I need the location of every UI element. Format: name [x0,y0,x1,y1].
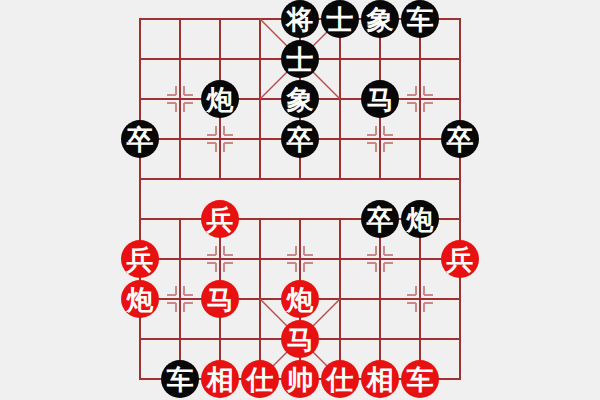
xiangqi-board-screenshot: 将士象车士炮象马卒卒卒兵卒炮兵兵炮马炮马车相仕帅仕相车 [0,0,600,400]
piece-black-general[interactable]: 将 [281,0,319,38]
piece-red-soldier[interactable]: 兵 [441,240,479,278]
piece-black-soldier[interactable]: 卒 [361,200,399,238]
piece-red-cannon[interactable]: 炮 [281,280,319,318]
piece-black-elephant[interactable]: 象 [281,80,319,118]
piece-black-soldier[interactable]: 卒 [121,120,159,158]
piece-black-chariot[interactable]: 车 [401,0,439,38]
piece-black-advisor[interactable]: 士 [281,40,319,78]
piece-red-cannon[interactable]: 炮 [121,280,159,318]
board-grid: 将士象车士炮象马卒卒卒兵卒炮兵兵炮马炮马车相仕帅仕相车 [120,0,480,399]
piece-red-elephant[interactable]: 相 [201,360,239,398]
piece-red-general[interactable]: 帅 [281,360,319,398]
piece-red-horse[interactable]: 马 [201,280,239,318]
piece-red-advisor[interactable]: 仕 [321,360,359,398]
piece-red-soldier[interactable]: 兵 [201,200,239,238]
piece-red-horse[interactable]: 马 [281,320,319,358]
piece-red-elephant[interactable]: 相 [361,360,399,398]
piece-black-advisor[interactable]: 士 [321,0,359,38]
piece-red-chariot[interactable]: 车 [401,360,439,398]
piece-black-elephant[interactable]: 象 [361,0,399,38]
piece-black-chariot[interactable]: 车 [161,360,199,398]
piece-black-horse[interactable]: 马 [361,80,399,118]
piece-red-advisor[interactable]: 仕 [241,360,279,398]
piece-black-cannon[interactable]: 炮 [201,80,239,118]
piece-red-soldier[interactable]: 兵 [121,240,159,278]
piece-black-soldier[interactable]: 卒 [441,120,479,158]
piece-black-soldier[interactable]: 卒 [281,120,319,158]
piece-black-cannon[interactable]: 炮 [401,200,439,238]
